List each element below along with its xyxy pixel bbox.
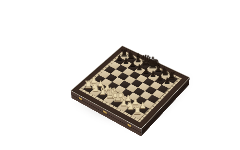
piece-white-rook-h1[interactable]: ♜ — [133, 105, 142, 116]
piece-black-pawn-h7[interactable]: ♟ — [163, 77, 172, 85]
brass-clasp-icon — [103, 110, 107, 114]
brass-clasp-icon — [127, 124, 131, 128]
chess-board: ♜♞♝♛♚♝♞♜♟♟♟♟♟♟♟♟♟♟♟♟♟♟♟♟♜♞♝♛♚♝♞♜ — [71, 46, 190, 129]
scene: ♜♞♝♛♚♝♞♜♟♟♟♟♟♟♟♟♟♟♟♟♟♟♟♟♜♞♝♛♚♝♞♜ — [0, 0, 240, 150]
brass-clasp-icon — [79, 97, 83, 101]
product-photo-stage: ♜♞♝♛♚♝♞♜♟♟♟♟♟♟♟♟♟♟♟♟♟♟♟♟♜♞♝♛♚♝♞♜ — [0, 0, 240, 150]
